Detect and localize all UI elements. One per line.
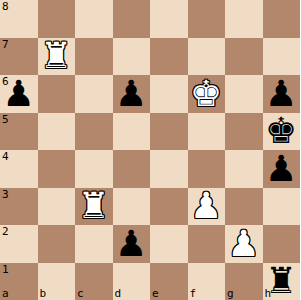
square-a4[interactable]: 4 bbox=[0, 150, 38, 188]
square-a5[interactable]: 5 bbox=[0, 113, 38, 151]
square-f6[interactable]: ♚ bbox=[188, 75, 226, 113]
square-g7[interactable] bbox=[225, 38, 263, 76]
square-c3[interactable]: ♜ bbox=[75, 188, 113, 226]
square-e1[interactable]: e bbox=[150, 263, 188, 300]
square-b3[interactable] bbox=[38, 188, 76, 226]
square-a2[interactable]: 2 bbox=[0, 225, 38, 263]
square-g3[interactable] bbox=[225, 188, 263, 226]
square-h5[interactable]: ♚ bbox=[263, 113, 301, 151]
rank-label-2: 2 bbox=[2, 226, 9, 237]
rank-label-1: 1 bbox=[2, 264, 9, 275]
square-c5[interactable] bbox=[75, 113, 113, 151]
square-e8[interactable] bbox=[150, 0, 188, 38]
rank-label-7: 7 bbox=[2, 39, 9, 50]
file-label-c: c bbox=[77, 288, 84, 299]
rank-label-5: 5 bbox=[2, 114, 9, 125]
white-pawn-g2[interactable]: ♟ bbox=[225, 225, 263, 263]
file-label-f: f bbox=[190, 288, 197, 299]
square-f7[interactable] bbox=[188, 38, 226, 76]
square-h2[interactable] bbox=[263, 225, 301, 263]
square-h7[interactable] bbox=[263, 38, 301, 76]
rank-label-3: 3 bbox=[2, 189, 9, 200]
square-g6[interactable] bbox=[225, 75, 263, 113]
square-c6[interactable] bbox=[75, 75, 113, 113]
square-f5[interactable] bbox=[188, 113, 226, 151]
white-pawn-f3[interactable]: ♟ bbox=[188, 188, 226, 226]
white-rook-c3[interactable]: ♜ bbox=[75, 188, 113, 226]
square-c8[interactable] bbox=[75, 0, 113, 38]
white-rook-b7[interactable]: ♜ bbox=[38, 38, 76, 76]
square-c1[interactable]: c bbox=[75, 263, 113, 300]
square-e7[interactable] bbox=[150, 38, 188, 76]
square-g4[interactable] bbox=[225, 150, 263, 188]
square-a3[interactable]: 3 bbox=[0, 188, 38, 226]
square-a6[interactable]: 6♟ bbox=[0, 75, 38, 113]
black-pawn-h4[interactable]: ♟ bbox=[263, 150, 301, 188]
white-king-f6[interactable]: ♚ bbox=[188, 75, 226, 113]
square-g2[interactable]: ♟ bbox=[225, 225, 263, 263]
rank-label-8: 8 bbox=[2, 1, 9, 12]
square-g8[interactable] bbox=[225, 0, 263, 38]
square-c7[interactable] bbox=[75, 38, 113, 76]
square-d1[interactable]: d bbox=[113, 263, 151, 300]
square-e4[interactable] bbox=[150, 150, 188, 188]
square-h4[interactable]: ♟ bbox=[263, 150, 301, 188]
square-e3[interactable] bbox=[150, 188, 188, 226]
square-f1[interactable]: f bbox=[188, 263, 226, 300]
black-pawn-h6[interactable]: ♟ bbox=[263, 75, 301, 113]
file-label-b: b bbox=[40, 288, 47, 299]
square-h8[interactable] bbox=[263, 0, 301, 38]
square-e5[interactable] bbox=[150, 113, 188, 151]
square-d3[interactable] bbox=[113, 188, 151, 226]
square-d4[interactable] bbox=[113, 150, 151, 188]
square-d5[interactable] bbox=[113, 113, 151, 151]
square-f4[interactable] bbox=[188, 150, 226, 188]
black-king-h5[interactable]: ♚ bbox=[263, 113, 301, 151]
square-a1[interactable]: 1a bbox=[0, 263, 38, 300]
rank-label-6: 6 bbox=[2, 76, 9, 87]
square-d8[interactable] bbox=[113, 0, 151, 38]
chess-board: 87♜6♟♟♚♟5♚4♟3♜♟2♟♟1abcdefgh♜ bbox=[0, 0, 300, 300]
square-b4[interactable] bbox=[38, 150, 76, 188]
file-label-h: h bbox=[265, 288, 272, 299]
square-b6[interactable] bbox=[38, 75, 76, 113]
square-b1[interactable]: b bbox=[38, 263, 76, 300]
square-g1[interactable]: g bbox=[225, 263, 263, 300]
square-f2[interactable] bbox=[188, 225, 226, 263]
square-f3[interactable]: ♟ bbox=[188, 188, 226, 226]
square-b7[interactable]: ♜ bbox=[38, 38, 76, 76]
file-label-a: a bbox=[2, 288, 9, 299]
square-g5[interactable] bbox=[225, 113, 263, 151]
square-h6[interactable]: ♟ bbox=[263, 75, 301, 113]
square-d2[interactable]: ♟ bbox=[113, 225, 151, 263]
square-d7[interactable] bbox=[113, 38, 151, 76]
file-label-e: e bbox=[152, 288, 159, 299]
square-f8[interactable] bbox=[188, 0, 226, 38]
square-b8[interactable] bbox=[38, 0, 76, 38]
black-pawn-d6[interactable]: ♟ bbox=[113, 75, 151, 113]
rank-label-4: 4 bbox=[2, 151, 9, 162]
square-h3[interactable] bbox=[263, 188, 301, 226]
square-e2[interactable] bbox=[150, 225, 188, 263]
square-b5[interactable] bbox=[38, 113, 76, 151]
file-label-g: g bbox=[227, 288, 234, 299]
square-a7[interactable]: 7 bbox=[0, 38, 38, 76]
square-c4[interactable] bbox=[75, 150, 113, 188]
black-pawn-d2[interactable]: ♟ bbox=[113, 225, 151, 263]
square-a8[interactable]: 8 bbox=[0, 0, 38, 38]
file-label-d: d bbox=[115, 288, 122, 299]
square-c2[interactable] bbox=[75, 225, 113, 263]
square-e6[interactable] bbox=[150, 75, 188, 113]
square-b2[interactable] bbox=[38, 225, 76, 263]
square-d6[interactable]: ♟ bbox=[113, 75, 151, 113]
square-h1[interactable]: h♜ bbox=[263, 263, 301, 300]
